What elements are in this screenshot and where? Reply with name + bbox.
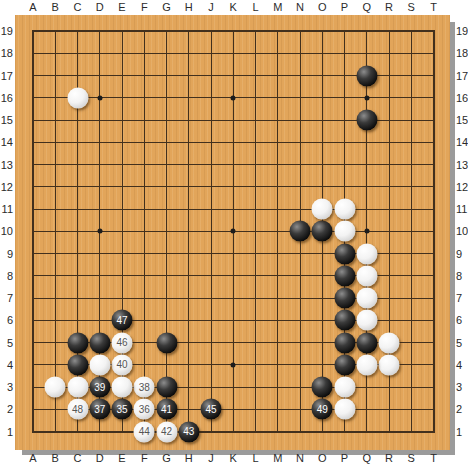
column-label-bottom-D: D [96,453,104,464]
row-label-right-16: 16 [456,92,468,103]
column-label-top-C: C [74,2,82,13]
column-label-top-Q: Q [362,2,371,13]
row-label-right-3: 3 [456,382,462,393]
stone-black-G5[interactable] [156,332,177,353]
column-label-top-J: J [208,2,214,13]
column-label-top-O: O [318,2,327,13]
stone-black-N10[interactable] [290,221,311,242]
stone-white-P10[interactable] [334,221,355,242]
move-number-label: 40 [116,360,127,370]
move-number-label: 42 [161,427,172,437]
column-label-top-D: D [96,2,104,13]
column-label-bottom-J: J [208,453,214,464]
stone-black-O3[interactable] [312,377,333,398]
column-label-bottom-C: C [74,453,82,464]
stone-black-H1[interactable]: 43 [178,421,199,442]
stone-white-E3[interactable] [112,377,133,398]
stone-black-D5[interactable] [89,332,110,353]
row-label-right-8: 8 [456,270,462,281]
row-label-left-17: 17 [1,70,13,81]
row-label-left-16: 16 [1,92,13,103]
move-number-label: 49 [317,404,328,414]
row-label-left-7: 7 [7,293,13,304]
row-label-left-15: 15 [1,115,13,126]
column-label-top-N: N [296,2,304,13]
row-label-left-2: 2 [7,404,13,415]
row-label-left-10: 10 [1,226,13,237]
stone-white-P2[interactable] [334,399,355,420]
stone-white-R4[interactable] [379,354,400,375]
stone-black-Q15[interactable] [356,110,377,131]
move-number-label: 44 [139,427,150,437]
row-label-right-6: 6 [456,315,462,326]
stone-black-O10[interactable] [312,221,333,242]
row-label-left-18: 18 [1,48,13,59]
move-number-label: 39 [94,382,105,392]
column-label-top-S: S [408,2,415,13]
stone-black-D2[interactable]: 37 [89,399,110,420]
row-label-left-1: 1 [7,426,13,437]
row-label-left-4: 4 [7,359,13,370]
stone-white-E4[interactable]: 40 [112,354,133,375]
stone-white-Q4[interactable] [356,354,377,375]
row-label-right-17: 17 [456,70,468,81]
move-number-label: 38 [139,382,150,392]
row-label-right-13: 13 [456,159,468,170]
stone-black-D3[interactable]: 39 [89,377,110,398]
column-label-bottom-A: A [29,453,36,464]
column-label-top-L: L [252,2,258,13]
column-label-bottom-L: L [252,453,258,464]
stone-black-J2[interactable]: 45 [201,399,222,420]
move-number-label: 43 [183,427,194,437]
column-label-bottom-R: R [385,453,393,464]
column-label-bottom-S: S [408,453,415,464]
stone-white-C3[interactable] [67,377,88,398]
move-number-label: 46 [116,338,127,348]
stone-white-F1[interactable]: 44 [134,421,155,442]
star-point-D10 [97,229,102,234]
go-board-diagram: AABBCCDDEEFFGGHHJJKKLLMMNNOOPPQQRRSSTT19… [0,0,468,468]
star-point-Q10 [364,229,369,234]
stone-white-E5[interactable]: 46 [112,332,133,353]
row-label-left-3: 3 [7,382,13,393]
row-label-right-10: 10 [456,226,468,237]
column-label-top-T: T [430,2,437,13]
row-label-right-15: 15 [456,115,468,126]
stone-black-Q5[interactable] [356,332,377,353]
star-point-D16 [97,95,102,100]
column-label-top-B: B [52,2,59,13]
stone-black-G3[interactable] [156,377,177,398]
star-point-K10 [231,229,236,234]
stone-white-O11[interactable] [312,199,333,220]
row-label-right-11: 11 [456,204,467,215]
row-label-right-5: 5 [456,337,462,348]
row-label-right-9: 9 [456,248,462,259]
row-label-left-11: 11 [2,204,13,215]
stone-black-E2[interactable]: 35 [112,399,133,420]
column-label-top-K: K [230,2,237,13]
move-number-label: 47 [116,315,127,325]
row-label-right-14: 14 [456,137,468,148]
column-label-bottom-B: B [52,453,59,464]
column-label-bottom-G: G [162,453,171,464]
stone-white-F2[interactable]: 36 [134,399,155,420]
column-label-bottom-H: H [185,453,193,464]
row-label-left-12: 12 [1,181,13,192]
row-label-right-12: 12 [456,181,468,192]
column-label-top-M: M [273,2,282,13]
row-label-left-8: 8 [7,270,13,281]
row-label-left-13: 13 [1,159,13,170]
move-number-label: 45 [205,404,216,414]
column-label-bottom-P: P [341,453,348,464]
stone-white-Q6[interactable] [356,310,377,331]
stone-black-P8[interactable] [334,265,355,286]
stone-black-E6[interactable]: 47 [112,310,133,331]
column-label-bottom-Q: Q [362,453,371,464]
stone-black-C5[interactable] [67,332,88,353]
stone-black-P6[interactable] [334,310,355,331]
column-label-bottom-M: M [273,453,282,464]
column-label-bottom-O: O [318,453,327,464]
row-label-left-9: 9 [7,248,13,259]
star-point-Q16 [364,95,369,100]
stone-white-D4[interactable] [89,354,110,375]
row-label-left-5: 5 [7,337,13,348]
stone-white-C16[interactable] [67,87,88,108]
column-label-top-E: E [118,2,125,13]
row-label-right-2: 2 [456,404,462,415]
stone-black-O2[interactable]: 49 [312,399,333,420]
column-label-top-R: R [385,2,393,13]
stone-white-C2[interactable]: 48 [67,399,88,420]
row-label-right-7: 7 [456,293,462,304]
column-label-bottom-K: K [230,453,237,464]
stone-white-B3[interactable] [45,377,66,398]
stone-white-F3[interactable]: 38 [134,377,155,398]
star-point-K16 [231,95,236,100]
stone-white-P3[interactable] [334,377,355,398]
stone-black-P5[interactable] [334,332,355,353]
column-label-top-G: G [162,2,171,13]
column-label-bottom-T: T [430,453,437,464]
column-label-top-P: P [341,2,348,13]
column-label-bottom-F: F [141,453,148,464]
stone-white-P11[interactable] [334,199,355,220]
row-label-left-19: 19 [1,26,13,37]
row-label-right-4: 4 [456,359,462,370]
move-number-label: 35 [116,404,127,414]
stone-white-Q8[interactable] [356,265,377,286]
row-label-left-14: 14 [1,137,13,148]
stone-black-C4[interactable] [67,354,88,375]
move-number-label: 37 [94,404,105,414]
column-label-top-A: A [29,2,36,13]
column-label-bottom-N: N [296,453,304,464]
row-label-right-19: 19 [456,26,468,37]
move-number-label: 41 [161,404,172,414]
stone-black-Q17[interactable] [356,65,377,86]
stone-white-R5[interactable] [379,332,400,353]
stone-white-Q9[interactable] [356,243,377,264]
row-label-right-1: 1 [456,426,462,437]
row-label-left-6: 6 [7,315,13,326]
stone-black-P7[interactable] [334,288,355,309]
stone-white-Q7[interactable] [356,288,377,309]
stone-black-P9[interactable] [334,243,355,264]
stone-white-G1[interactable]: 42 [156,421,177,442]
star-point-K4 [231,362,236,367]
column-label-bottom-E: E [118,453,125,464]
column-label-top-H: H [185,2,193,13]
stone-black-G2[interactable]: 41 [156,399,177,420]
stone-black-P4[interactable] [334,354,355,375]
move-number-label: 48 [72,404,83,414]
column-label-top-F: F [141,2,148,13]
move-number-label: 36 [139,404,150,414]
row-label-right-18: 18 [456,48,468,59]
